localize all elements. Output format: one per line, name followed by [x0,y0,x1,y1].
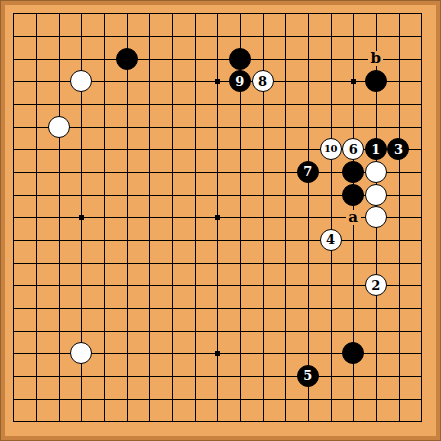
stone-white [365,161,387,183]
stone-black [229,48,251,70]
stone-black [365,70,387,92]
stone-white [365,184,387,206]
star-point [215,79,220,84]
stone-black [342,161,364,183]
stone-black-move-7: 7 [297,161,319,183]
stone-black-move-9: 9 [229,70,251,92]
stone-white [365,206,387,228]
star-point [79,215,84,220]
stone-black-move-3: 3 [387,138,409,160]
stone-white-move-6: 6 [342,138,364,160]
stone-black-move-5: 5 [297,365,319,387]
star-point [215,215,220,220]
board-grid: 12345678910ab [2,2,432,432]
star-point [351,79,356,84]
stone-white [70,70,92,92]
go-board: 12345678910ab [0,0,441,441]
stone-black-move-1: 1 [365,138,387,160]
stone-white-move-4: 4 [320,229,342,251]
stone-black [116,48,138,70]
stone-black [342,184,364,206]
stone-white [70,342,92,364]
stone-white [48,116,70,138]
stone-white-move-10: 10 [320,138,342,160]
label-b: b [368,51,383,66]
label-a: a [346,210,361,225]
stone-white-move-8: 8 [252,70,274,92]
star-point [215,351,220,356]
stone-white-move-2: 2 [365,274,387,296]
stone-black [342,342,364,364]
